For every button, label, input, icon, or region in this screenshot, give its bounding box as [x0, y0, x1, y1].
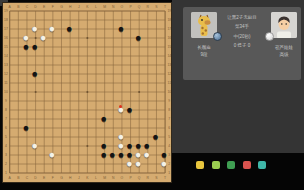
black-stone-D15: ●: [30, 41, 39, 51]
app-screen: AABBCCDDEEFFGGHHJJKKLLMMNNOOPPQQRRSSTT19…: [0, 0, 304, 190]
white-stone-F17: ●: [48, 23, 57, 33]
board-point-M3[interactable]: ●: [99, 150, 108, 159]
black-stone-N3: ●: [108, 149, 117, 159]
svg-text:G: G: [60, 176, 63, 180]
white-stone-R3: ●: [142, 149, 151, 159]
svg-text:8: 8: [168, 108, 170, 112]
svg-text:F: F: [52, 176, 54, 180]
board-point-S5[interactable]: ●: [151, 132, 160, 141]
svg-text:B: B: [17, 176, 20, 180]
black-stone-P8: ●: [125, 104, 134, 114]
rule-line: 让黑2子无贴目: [217, 13, 267, 22]
game-info-panel: 长颈鹿 9段 让黑2子无贴目 第34手 中(20秒) 0 提子 0: [172, 0, 304, 153]
black-stone-M3: ●: [99, 149, 108, 159]
board-point-D15[interactable]: ●: [30, 42, 39, 51]
white-stone-P2: ●: [125, 158, 134, 168]
board-point-Q16[interactable]: ●: [134, 33, 143, 42]
black-stone-O3: ●: [117, 149, 126, 159]
board-point-O17[interactable]: ●: [117, 24, 126, 33]
svg-text:D: D: [34, 176, 37, 180]
svg-text:C: C: [26, 176, 29, 180]
board-point-Q2[interactable]: ●: [134, 159, 143, 168]
match-info-card: 长颈鹿 9段 让黑2子无贴目 第34手 中(20秒) 0 提子 0: [183, 7, 301, 80]
white-stone-F3: ●: [48, 149, 57, 159]
stone-grid: ●●●●●●●●●●●●●●●●●●●●●●●●●●●●●●●●●: [4, 6, 168, 177]
svg-text:P: P: [129, 176, 132, 180]
black-stone-C15: ●: [22, 41, 31, 51]
white-player-rank: 高级: [263, 52, 304, 59]
board-point-O8[interactable]: ●: [117, 105, 126, 114]
taskbar-icon-yellow[interactable]: [196, 161, 204, 169]
board-point-T2[interactable]: ●: [160, 159, 169, 168]
board-point-F3[interactable]: ●: [48, 150, 57, 159]
svg-text:6: 6: [168, 126, 170, 130]
move-line: 第34手: [217, 22, 267, 31]
black-stone-C6: ●: [22, 122, 31, 132]
board-point-P8[interactable]: ●: [125, 105, 134, 114]
svg-text:3: 3: [168, 153, 170, 157]
board-point-R3[interactable]: ●: [142, 150, 151, 159]
white-player-avatar[interactable]: [271, 12, 297, 38]
capture-line: 0 提子 0: [217, 41, 267, 50]
svg-text:T: T: [164, 176, 166, 180]
board-point-H17[interactable]: ●: [65, 24, 74, 33]
svg-text:R: R: [147, 176, 150, 180]
white-stone-D4: ●: [30, 140, 39, 150]
white-stone-T2: ●: [160, 158, 169, 168]
board-point-F17[interactable]: ●: [48, 24, 57, 33]
go-board[interactable]: AABBCCDDEEFFGGHHJJKKLLMMNNOOPPQQRRSSTT19…: [2, 2, 172, 183]
svg-text:H: H: [69, 176, 72, 180]
black-player-rank: 9段: [183, 52, 225, 59]
svg-text:M: M: [103, 176, 106, 180]
white-player-label: 葫芦娃娃 高级: [263, 45, 304, 58]
board-point-D12[interactable]: ●: [30, 69, 39, 78]
black-stone-H17: ●: [65, 23, 74, 33]
board-point-D4[interactable]: ●: [30, 141, 39, 150]
svg-text:S: S: [155, 176, 158, 180]
svg-text:7: 7: [168, 117, 170, 121]
time-line: 中(20秒): [217, 32, 267, 41]
black-stone-D12: ●: [30, 68, 39, 78]
svg-text:L: L: [95, 176, 97, 180]
board-point-M7[interactable]: ●: [99, 114, 108, 123]
svg-text:2: 2: [168, 162, 170, 166]
svg-text:J: J: [78, 176, 80, 180]
board-point-P2[interactable]: ●: [125, 159, 134, 168]
board-point-C6[interactable]: ●: [22, 123, 31, 132]
black-stone-Q16: ●: [134, 32, 143, 42]
svg-text:9: 9: [168, 99, 170, 103]
match-status: 让黑2子无贴目 第34手 中(20秒) 0 提子 0: [217, 13, 267, 50]
board-point-D17[interactable]: ●: [30, 24, 39, 33]
board-point-C15[interactable]: ●: [22, 42, 31, 51]
board-point-N3[interactable]: ●: [108, 150, 117, 159]
black-stone-S5: ●: [151, 131, 160, 141]
board-point-O3[interactable]: ●: [117, 150, 126, 159]
taskbar-icon-green[interactable]: [227, 161, 235, 169]
white-stone-badge: [265, 32, 274, 41]
svg-text:Q: Q: [138, 176, 141, 180]
svg-text:O: O: [121, 176, 124, 180]
white-stone-Q2: ●: [134, 158, 143, 168]
person-avatar-icon: [271, 12, 297, 38]
svg-text:1: 1: [168, 171, 170, 175]
svg-text:E: E: [43, 176, 46, 180]
taskbar-icon-lightgreen[interactable]: [212, 161, 220, 169]
svg-text:4: 4: [168, 144, 170, 148]
svg-text:K: K: [86, 176, 89, 180]
last-move-marker: [119, 105, 122, 108]
taskbar-icon-red[interactable]: [243, 161, 251, 169]
black-stone-M7: ●: [99, 113, 108, 123]
svg-text:N: N: [112, 176, 115, 180]
svg-text:5: 5: [168, 135, 170, 139]
taskbar-icons: [172, 161, 304, 173]
board-point-E16[interactable]: ●: [39, 33, 48, 42]
white-stone-E16: ●: [39, 32, 48, 42]
black-stone-O17: ●: [117, 23, 126, 33]
white-stone-D17: ●: [30, 23, 39, 33]
svg-text:A: A: [9, 176, 12, 180]
taskbar-icon-teal[interactable]: [258, 161, 266, 169]
